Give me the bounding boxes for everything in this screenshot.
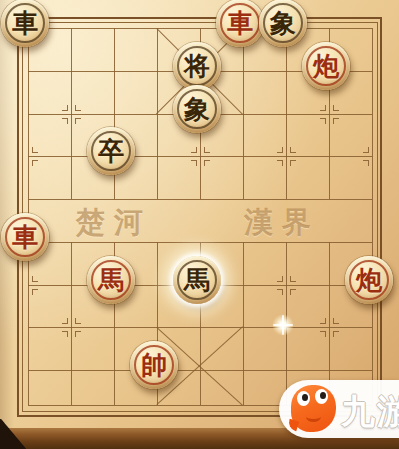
star-point-mark bbox=[290, 289, 296, 295]
star-point-mark bbox=[62, 118, 68, 124]
jiuyou-mascot-icon bbox=[291, 385, 336, 432]
star-point-mark bbox=[277, 276, 283, 282]
star-point-mark bbox=[290, 147, 296, 153]
piece-character: 炮 bbox=[302, 42, 350, 90]
star-point-mark bbox=[204, 160, 210, 166]
piece-character: 馬 bbox=[87, 256, 135, 304]
river-label-left: 楚河 bbox=[76, 203, 152, 243]
piece-character: 馬 bbox=[173, 256, 221, 304]
star-point-mark bbox=[277, 160, 283, 166]
jiuyou-watermark: 九游 bbox=[279, 380, 399, 438]
piece-character: 卒 bbox=[87, 127, 135, 175]
grid-line bbox=[372, 28, 373, 405]
piece-black-soldier[interactable]: 卒 bbox=[87, 127, 135, 175]
piece-character: 帥 bbox=[130, 341, 178, 389]
star-point-mark bbox=[277, 289, 283, 295]
star-point-mark bbox=[75, 105, 81, 111]
piece-red-cannon-a[interactable]: 炮 bbox=[302, 42, 350, 90]
mascot-left-pupil bbox=[302, 394, 308, 401]
star-point-mark bbox=[191, 147, 197, 153]
brand-text: 九游 bbox=[341, 389, 399, 435]
grid-line bbox=[286, 28, 287, 199]
piece-character: 将 bbox=[173, 42, 221, 90]
piece-red-general[interactable]: 帥 bbox=[130, 341, 178, 389]
sparkle-ray-vertical bbox=[282, 315, 284, 335]
grid-line bbox=[28, 199, 372, 200]
star-point-mark bbox=[333, 318, 339, 324]
mascot-smile bbox=[306, 411, 321, 422]
star-point-mark bbox=[32, 160, 38, 166]
mascot-right-eye bbox=[315, 389, 328, 404]
piece-red-chariot-b[interactable]: 車 bbox=[1, 213, 49, 261]
star-point-mark bbox=[191, 160, 197, 166]
star-point-mark bbox=[320, 105, 326, 111]
star-point-mark bbox=[333, 331, 339, 337]
mascot-right-pupil bbox=[320, 392, 326, 399]
star-point-mark bbox=[333, 118, 339, 124]
star-point-mark bbox=[75, 318, 81, 324]
star-point-mark bbox=[32, 147, 38, 153]
star-point-mark bbox=[363, 160, 369, 166]
star-point-mark bbox=[363, 147, 369, 153]
mascot-tail bbox=[287, 419, 300, 432]
star-point-mark bbox=[75, 331, 81, 337]
river-label-right: 漢界 bbox=[244, 203, 320, 243]
piece-black-chariot-left[interactable]: 車 bbox=[1, 0, 49, 47]
piece-red-chariot-a[interactable]: 車 bbox=[216, 0, 264, 47]
grid-line bbox=[71, 28, 72, 199]
piece-character: 炮 bbox=[345, 256, 393, 304]
piece-black-elephant-b[interactable]: 象 bbox=[173, 85, 221, 133]
piece-character: 車 bbox=[216, 0, 264, 47]
piece-black-general[interactable]: 将 bbox=[173, 42, 221, 90]
star-point-mark bbox=[62, 105, 68, 111]
piece-character: 象 bbox=[259, 0, 307, 47]
star-point-mark bbox=[333, 105, 339, 111]
star-point-mark bbox=[290, 160, 296, 166]
mascot-left-eye bbox=[297, 391, 310, 406]
piece-red-cannon-b[interactable]: 炮 bbox=[345, 256, 393, 304]
star-point-mark bbox=[320, 318, 326, 324]
piece-red-horse[interactable]: 馬 bbox=[87, 256, 135, 304]
star-point-mark bbox=[32, 276, 38, 282]
grid-line bbox=[243, 242, 244, 405]
piece-character: 車 bbox=[1, 213, 49, 261]
star-point-mark bbox=[62, 331, 68, 337]
board-corner-shadow bbox=[0, 419, 36, 449]
move-sparkle-effect bbox=[272, 314, 294, 336]
star-point-mark bbox=[277, 147, 283, 153]
xiangqi-board-screen: 楚河 漢界 車車象将炮象卒車馬馬炮帥 九游 bbox=[0, 0, 399, 449]
star-point-mark bbox=[75, 118, 81, 124]
piece-black-elephant-a[interactable]: 象 bbox=[259, 0, 307, 47]
star-point-mark bbox=[290, 276, 296, 282]
star-point-mark bbox=[320, 331, 326, 337]
star-point-mark bbox=[320, 118, 326, 124]
piece-black-horse[interactable]: 馬 bbox=[173, 256, 221, 304]
piece-character: 象 bbox=[173, 85, 221, 133]
star-point-mark bbox=[32, 289, 38, 295]
grid-line bbox=[71, 242, 72, 405]
piece-character: 車 bbox=[1, 0, 49, 47]
star-point-mark bbox=[62, 318, 68, 324]
star-point-mark bbox=[204, 147, 210, 153]
